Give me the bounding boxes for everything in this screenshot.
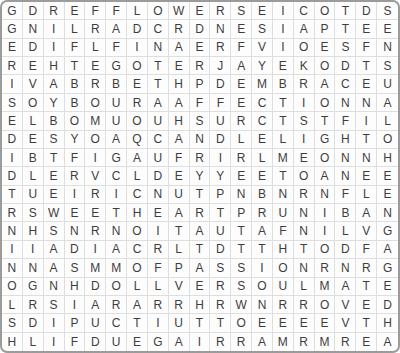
grid-cell[interactable]: D [127,20,148,38]
grid-cell[interactable]: E [85,204,106,222]
grid-cell[interactable]: H [377,149,398,167]
grid-cell[interactable]: E [231,75,252,93]
grid-cell[interactable]: F [273,222,294,240]
grid-cell[interactable]: U [210,112,231,130]
grid-cell[interactable]: T [273,167,294,185]
grid-cell[interactable]: A [377,241,398,259]
grid-cell[interactable]: H [169,112,190,130]
grid-cell[interactable]: D [85,278,106,296]
grid-cell[interactable]: E [2,112,23,130]
grid-cell[interactable]: K [294,57,315,75]
grid-cell[interactable]: E [356,167,377,185]
grid-cell[interactable]: V [85,167,106,185]
grid-cell[interactable]: U [23,186,44,204]
grid-cell[interactable]: L [169,241,190,259]
grid-cell[interactable]: A [169,94,190,112]
grid-cell[interactable]: L [65,20,86,38]
grid-cell[interactable]: E [127,75,148,93]
grid-cell[interactable]: A [356,204,377,222]
grid-cell[interactable]: A [106,20,127,38]
grid-cell[interactable]: U [85,314,106,332]
grid-cell[interactable]: D [210,241,231,259]
grid-cell[interactable]: N [273,186,294,204]
grid-cell[interactable]: I [127,39,148,57]
grid-cell[interactable]: S [231,278,252,296]
grid-cell[interactable]: R [190,204,211,222]
grid-cell[interactable]: F [106,2,127,20]
grid-cell[interactable]: E [65,204,86,222]
grid-cell[interactable]: A [335,278,356,296]
grid-cell[interactable]: L [127,2,148,20]
grid-cell[interactable]: U [148,149,169,167]
grid-cell[interactable]: D [377,296,398,314]
grid-cell[interactable]: P [169,259,190,277]
grid-cell[interactable]: O [294,39,315,57]
grid-cell[interactable]: T [2,186,23,204]
grid-cell[interactable]: R [294,186,315,204]
grid-cell[interactable]: T [335,20,356,38]
grid-cell[interactable]: I [85,241,106,259]
grid-cell[interactable]: O [315,149,336,167]
grid-cell[interactable]: O [23,94,44,112]
grid-cell[interactable]: E [377,20,398,38]
grid-cell[interactable]: T [148,57,169,75]
grid-cell[interactable]: J [210,57,231,75]
grid-cell[interactable]: A [231,57,252,75]
grid-cell[interactable]: L [85,39,106,57]
grid-cell[interactable]: R [169,20,190,38]
grid-cell[interactable]: L [273,131,294,149]
grid-cell[interactable]: P [190,75,211,93]
grid-cell[interactable]: C [252,94,273,112]
grid-cell[interactable]: T [210,204,231,222]
grid-cell[interactable]: N [106,222,127,240]
grid-cell[interactable]: D [23,39,44,57]
grid-cell[interactable]: R [65,167,86,185]
grid-cell[interactable]: N [23,20,44,38]
grid-cell[interactable]: N [377,204,398,222]
grid-cell[interactable]: L [127,167,148,185]
grid-cell[interactable]: F [106,39,127,57]
grid-cell[interactable]: U [169,186,190,204]
grid-cell[interactable]: C [148,131,169,149]
grid-cell[interactable]: O [315,57,336,75]
grid-cell[interactable]: W [169,2,190,20]
grid-cell[interactable]: C [106,314,127,332]
grid-cell[interactable]: W [231,296,252,314]
grid-cell[interactable]: E [23,131,44,149]
grid-cell[interactable]: S [2,314,23,332]
grid-cell[interactable]: N [231,186,252,204]
grid-cell[interactable]: I [2,75,23,93]
grid-cell[interactable]: V [335,296,356,314]
grid-cell[interactable]: Y [252,57,273,75]
grid-cell[interactable]: V [356,222,377,240]
grid-cell[interactable]: D [190,20,211,38]
grid-cell[interactable]: Y [44,94,65,112]
grid-cell[interactable]: R [231,112,252,130]
grid-cell[interactable]: A [252,222,273,240]
grid-cell[interactable]: G [106,149,127,167]
grid-cell[interactable]: A [315,167,336,185]
grid-cell[interactable]: N [252,296,273,314]
grid-cell[interactable]: R [85,20,106,38]
grid-cell[interactable]: S [335,39,356,57]
grid-cell[interactable]: N [356,94,377,112]
grid-cell[interactable]: L [356,186,377,204]
grid-cell[interactable]: Y [210,167,231,185]
grid-cell[interactable]: H [65,278,86,296]
grid-cell[interactable]: N [294,222,315,240]
grid-cell[interactable]: L [294,278,315,296]
grid-cell[interactable]: I [65,186,86,204]
grid-cell[interactable]: R [2,57,23,75]
grid-cell[interactable]: A [190,259,211,277]
grid-cell[interactable]: R [335,333,356,351]
grid-cell[interactable]: O [106,278,127,296]
grid-cell[interactable]: G [148,333,169,351]
grid-cell[interactable]: H [273,241,294,259]
grid-cell[interactable]: I [23,241,44,259]
grid-cell[interactable]: A [127,296,148,314]
grid-cell[interactable]: A [44,259,65,277]
grid-cell[interactable]: T [356,57,377,75]
grid-cell[interactable]: D [2,131,23,149]
grid-cell[interactable]: O [315,241,336,259]
grid-cell[interactable]: D [335,241,356,259]
grid-cell[interactable]: I [65,296,86,314]
grid-cell[interactable]: O [315,296,336,314]
grid-cell[interactable]: R [85,186,106,204]
grid-cell[interactable]: E [190,278,211,296]
grid-cell[interactable]: Y [190,167,211,185]
grid-cell[interactable]: F [148,259,169,277]
grid-cell[interactable]: R [106,296,127,314]
grid-cell[interactable]: T [169,222,190,240]
grid-cell[interactable]: O [127,259,148,277]
grid-cell[interactable]: H [127,204,148,222]
grid-cell[interactable]: S [252,20,273,38]
grid-cell[interactable]: I [148,314,169,332]
grid-cell[interactable]: S [294,112,315,130]
grid-cell[interactable]: E [231,94,252,112]
grid-cell[interactable]: E [294,149,315,167]
grid-cell[interactable]: E [231,167,252,185]
grid-cell[interactable]: B [252,186,273,204]
grid-cell[interactable]: P [315,20,336,38]
grid-cell[interactable]: N [335,167,356,185]
grid-cell[interactable]: E [315,39,336,57]
grid-cell[interactable]: T [335,2,356,20]
grid-cell[interactable]: O [231,314,252,332]
grid-cell[interactable]: C [252,112,273,130]
grid-cell[interactable]: F [356,39,377,57]
grid-cell[interactable]: U [377,75,398,93]
grid-cell[interactable]: I [2,241,23,259]
grid-cell[interactable]: A [148,94,169,112]
grid-cell[interactable]: S [231,2,252,20]
grid-cell[interactable]: T [231,222,252,240]
grid-cell[interactable]: O [252,278,273,296]
grid-cell[interactable]: C [294,2,315,20]
grid-cell[interactable]: O [148,2,169,20]
grid-cell[interactable]: N [335,259,356,277]
grid-cell[interactable]: I [252,259,273,277]
grid-cell[interactable]: E [44,186,65,204]
grid-cell[interactable]: N [44,278,65,296]
grid-cell[interactable]: T [356,131,377,149]
grid-cell[interactable]: E [273,314,294,332]
grid-cell[interactable]: I [190,333,211,351]
grid-cell[interactable]: I [294,131,315,149]
grid-cell[interactable]: R [44,2,65,20]
grid-cell[interactable]: L [23,333,44,351]
grid-cell[interactable]: O [127,57,148,75]
grid-cell[interactable]: M [106,259,127,277]
grid-cell[interactable]: L [127,278,148,296]
grid-cell[interactable]: G [315,131,336,149]
grid-cell[interactable]: T [273,94,294,112]
grid-cell[interactable]: L [335,222,356,240]
grid-cell[interactable]: M [273,333,294,351]
grid-cell[interactable]: Q [127,131,148,149]
grid-cell[interactable]: O [127,112,148,130]
grid-cell[interactable]: A [169,131,190,149]
grid-cell[interactable]: T [356,278,377,296]
grid-cell[interactable]: N [2,259,23,277]
grid-cell[interactable]: S [44,296,65,314]
grid-cell[interactable]: R [85,222,106,240]
grid-cell[interactable]: S [377,2,398,20]
grid-cell[interactable]: U [210,222,231,240]
grid-cell[interactable]: T [65,57,86,75]
grid-cell[interactable]: T [231,241,252,259]
grid-cell[interactable]: D [2,167,23,185]
grid-cell[interactable]: S [2,94,23,112]
grid-cell[interactable]: V [252,39,273,57]
grid-cell[interactable]: H [335,131,356,149]
grid-cell[interactable]: D [85,333,106,351]
grid-cell[interactable]: E [273,57,294,75]
grid-cell[interactable]: F [65,333,86,351]
grid-cell[interactable]: N [356,149,377,167]
grid-cell[interactable]: E [252,131,273,149]
grid-cell[interactable]: M [315,278,336,296]
grid-cell[interactable]: L [252,149,273,167]
grid-cell[interactable]: O [294,167,315,185]
grid-cell[interactable]: M [85,112,106,130]
grid-cell[interactable]: L [23,167,44,185]
grid-cell[interactable]: B [335,204,356,222]
grid-cell[interactable]: D [23,314,44,332]
grid-cell[interactable]: T [190,186,211,204]
grid-cell[interactable]: E [65,2,86,20]
grid-cell[interactable]: O [315,94,336,112]
grid-cell[interactable]: L [377,112,398,130]
grid-cell[interactable]: R [252,204,273,222]
grid-cell[interactable]: D [356,2,377,20]
grid-cell[interactable]: B [273,75,294,93]
grid-cell[interactable]: B [65,75,86,93]
grid-cell[interactable]: P [210,186,231,204]
grid-cell[interactable]: R [210,39,231,57]
grid-cell[interactable]: G [2,2,23,20]
grid-cell[interactable]: I [273,2,294,20]
grid-cell[interactable]: T [127,314,148,332]
grid-cell[interactable]: A [169,204,190,222]
grid-cell[interactable]: F [190,94,211,112]
grid-cell[interactable]: U [273,204,294,222]
grid-cell[interactable]: R [2,204,23,222]
grid-cell[interactable]: R [127,94,148,112]
grid-cell[interactable]: C [335,75,356,93]
grid-cell[interactable]: D [210,131,231,149]
grid-cell[interactable]: C [127,241,148,259]
grid-cell[interactable]: S [377,57,398,75]
grid-cell[interactable]: S [23,204,44,222]
grid-cell[interactable]: S [190,112,211,130]
grid-cell[interactable]: I [44,314,65,332]
grid-cell[interactable]: M [85,259,106,277]
grid-cell[interactable]: R [85,75,106,93]
grid-cell[interactable]: H [23,222,44,240]
grid-cell[interactable]: F [65,39,86,57]
grid-cell[interactable]: N [190,131,211,149]
grid-cell[interactable]: S [65,259,86,277]
grid-cell[interactable]: W [44,204,65,222]
grid-cell[interactable]: I [210,149,231,167]
grid-cell[interactable]: E [169,57,190,75]
grid-cell[interactable]: I [44,333,65,351]
grid-cell[interactable]: A [127,149,148,167]
grid-cell[interactable]: T [148,75,169,93]
grid-cell[interactable]: R [210,333,231,351]
grid-cell[interactable]: N [23,259,44,277]
grid-cell[interactable]: H [169,75,190,93]
grid-cell[interactable]: G [377,222,398,240]
grid-cell[interactable]: L [2,296,23,314]
grid-cell[interactable]: R [294,75,315,93]
grid-cell[interactable]: N [315,186,336,204]
grid-cell[interactable]: I [273,39,294,57]
grid-cell[interactable]: D [335,57,356,75]
grid-cell[interactable]: N [2,222,23,240]
grid-cell[interactable]: A [252,333,273,351]
grid-cell[interactable]: C [127,186,148,204]
grid-cell[interactable]: F [210,94,231,112]
grid-cell[interactable]: N [377,39,398,57]
grid-cell[interactable]: F [169,149,190,167]
grid-cell[interactable]: R [169,296,190,314]
grid-cell[interactable]: U [106,94,127,112]
grid-cell[interactable]: E [356,75,377,93]
grid-cell[interactable]: I [85,149,106,167]
grid-cell[interactable]: E [315,314,336,332]
grid-cell[interactable]: R [190,149,211,167]
grid-cell[interactable]: O [85,131,106,149]
grid-cell[interactable]: N [65,222,86,240]
grid-cell[interactable]: A [85,296,106,314]
grid-cell[interactable]: E [190,2,211,20]
grid-cell[interactable]: U [106,112,127,130]
grid-cell[interactable]: R [148,296,169,314]
grid-cell[interactable]: P [231,204,252,222]
grid-cell[interactable]: D [23,2,44,20]
grid-cell[interactable]: O [85,94,106,112]
grid-cell[interactable]: B [44,112,65,130]
grid-cell[interactable]: U [148,112,169,130]
grid-cell[interactable]: H [2,333,23,351]
grid-cell[interactable]: Y [65,131,86,149]
grid-cell[interactable]: D [65,241,86,259]
grid-cell[interactable]: P [65,314,86,332]
grid-cell[interactable]: F [231,39,252,57]
grid-cell[interactable]: S [210,259,231,277]
grid-cell[interactable]: I [315,204,336,222]
grid-cell[interactable]: O [315,2,336,20]
grid-cell[interactable]: I [106,186,127,204]
grid-cell[interactable]: O [2,278,23,296]
grid-cell[interactable]: R [210,296,231,314]
grid-cell[interactable]: R [210,278,231,296]
grid-cell[interactable]: A [44,75,65,93]
grid-cell[interactable]: F [356,241,377,259]
grid-cell[interactable]: E [252,2,273,20]
grid-cell[interactable]: E [2,39,23,57]
grid-cell[interactable]: B [23,149,44,167]
grid-cell[interactable]: O [273,259,294,277]
grid-cell[interactable]: T [190,241,211,259]
grid-cell[interactable]: D [148,167,169,185]
grid-cell[interactable]: I [2,149,23,167]
grid-cell[interactable]: E [127,333,148,351]
grid-cell[interactable]: V [335,314,356,332]
grid-cell[interactable]: F [85,2,106,20]
grid-cell[interactable]: T [106,204,127,222]
grid-cell[interactable]: A [44,241,65,259]
grid-cell[interactable]: R [231,149,252,167]
grid-cell[interactable]: S [231,259,252,277]
grid-cell[interactable]: E [169,167,190,185]
grid-cell[interactable]: V [23,75,44,93]
grid-cell[interactable]: E [377,167,398,185]
grid-cell[interactable]: N [294,204,315,222]
grid-cell[interactable]: E [231,20,252,38]
grid-cell[interactable]: L [148,278,169,296]
grid-cell[interactable]: B [65,94,86,112]
grid-cell[interactable]: E [252,314,273,332]
grid-cell[interactable]: B [106,75,127,93]
grid-cell[interactable]: L [231,131,252,149]
grid-cell[interactable]: R [315,259,336,277]
grid-cell[interactable]: G [2,20,23,38]
grid-cell[interactable]: R [190,57,211,75]
grid-cell[interactable]: E [356,296,377,314]
grid-cell[interactable]: G [23,278,44,296]
grid-cell[interactable]: T [252,241,273,259]
grid-cell[interactable]: E [23,57,44,75]
grid-cell[interactable]: R [294,333,315,351]
grid-cell[interactable]: E [44,167,65,185]
grid-cell[interactable]: I [148,222,169,240]
grid-cell[interactable]: A [294,20,315,38]
grid-cell[interactable]: A [106,131,127,149]
grid-cell[interactable]: R [231,333,252,351]
grid-cell[interactable]: T [356,314,377,332]
grid-cell[interactable]: R [210,2,231,20]
grid-cell[interactable]: R [148,241,169,259]
grid-cell[interactable]: A [106,241,127,259]
